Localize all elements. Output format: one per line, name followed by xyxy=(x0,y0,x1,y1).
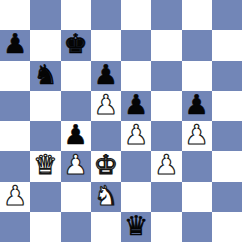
square-e1[interactable]: ♛ xyxy=(121,212,151,242)
square-h1[interactable] xyxy=(212,212,242,242)
square-g6[interactable] xyxy=(182,61,212,91)
square-d5[interactable]: ♟ xyxy=(91,91,121,121)
square-a7[interactable]: ♟ xyxy=(0,30,30,60)
square-e8[interactable] xyxy=(121,0,151,30)
piece-white-king: ♚ xyxy=(94,151,118,180)
square-d2[interactable]: ♞ xyxy=(91,182,121,212)
square-a5[interactable] xyxy=(0,91,30,121)
square-a6[interactable] xyxy=(0,61,30,91)
square-d3[interactable]: ♚ xyxy=(91,151,121,181)
square-g4[interactable]: ♟ xyxy=(182,121,212,151)
square-d8[interactable] xyxy=(91,0,121,30)
square-f5[interactable] xyxy=(151,91,181,121)
square-e4[interactable]: ♟ xyxy=(121,121,151,151)
square-g5[interactable]: ♟ xyxy=(182,91,212,121)
square-g3[interactable] xyxy=(182,151,212,181)
piece-white-pawn: ♟ xyxy=(185,121,209,150)
square-d6[interactable]: ♟ xyxy=(91,61,121,91)
square-f7[interactable] xyxy=(151,30,181,60)
square-g2[interactable] xyxy=(182,182,212,212)
square-b3[interactable]: ♛ xyxy=(30,151,60,181)
square-d4[interactable] xyxy=(91,121,121,151)
square-f3[interactable]: ♟ xyxy=(151,151,181,181)
square-f6[interactable] xyxy=(151,61,181,91)
square-h3[interactable] xyxy=(212,151,242,181)
square-c1[interactable] xyxy=(61,212,91,242)
square-b1[interactable] xyxy=(30,212,60,242)
piece-white-pawn: ♟ xyxy=(94,91,118,120)
square-c7[interactable]: ♚ xyxy=(61,30,91,60)
square-d7[interactable] xyxy=(91,30,121,60)
square-a3[interactable] xyxy=(0,151,30,181)
square-b6[interactable]: ♞ xyxy=(30,61,60,91)
square-a2[interactable]: ♟ xyxy=(0,182,30,212)
square-e7[interactable] xyxy=(121,30,151,60)
piece-black-pawn: ♟ xyxy=(94,61,118,90)
square-f4[interactable] xyxy=(151,121,181,151)
square-g8[interactable] xyxy=(182,0,212,30)
piece-black-pawn: ♟ xyxy=(64,121,88,150)
piece-black-pawn: ♟ xyxy=(124,91,148,120)
square-b7[interactable] xyxy=(30,30,60,60)
square-e2[interactable] xyxy=(121,182,151,212)
square-a8[interactable] xyxy=(0,0,30,30)
square-h8[interactable] xyxy=(212,0,242,30)
square-c6[interactable] xyxy=(61,61,91,91)
square-h7[interactable] xyxy=(212,30,242,60)
piece-white-pawn: ♟ xyxy=(64,151,88,180)
square-c3[interactable]: ♟ xyxy=(61,151,91,181)
square-h2[interactable] xyxy=(212,182,242,212)
piece-black-knight: ♞ xyxy=(33,61,57,90)
square-f8[interactable] xyxy=(151,0,181,30)
square-h6[interactable] xyxy=(212,61,242,91)
square-a4[interactable] xyxy=(0,121,30,151)
square-e6[interactable] xyxy=(121,61,151,91)
piece-white-pawn: ♟ xyxy=(3,182,27,211)
square-c8[interactable] xyxy=(61,0,91,30)
piece-white-knight: ♞ xyxy=(94,182,118,211)
square-g1[interactable] xyxy=(182,212,212,242)
square-b4[interactable] xyxy=(30,121,60,151)
piece-black-pawn: ♟ xyxy=(185,91,209,120)
piece-white-pawn: ♟ xyxy=(154,151,178,180)
square-f1[interactable] xyxy=(151,212,181,242)
square-b8[interactable] xyxy=(30,0,60,30)
piece-white-queen: ♛ xyxy=(33,151,57,180)
square-e3[interactable] xyxy=(121,151,151,181)
square-b5[interactable] xyxy=(30,91,60,121)
piece-black-king: ♚ xyxy=(64,30,88,59)
square-c4[interactable]: ♟ xyxy=(61,121,91,151)
square-h4[interactable] xyxy=(212,121,242,151)
chess-board: ♟♚♞♟♟♟♟♟♟♟♛♟♚♟♟♞♛ xyxy=(0,0,242,242)
piece-black-pawn: ♟ xyxy=(3,30,27,59)
piece-black-queen: ♛ xyxy=(124,212,148,241)
square-a1[interactable] xyxy=(0,212,30,242)
square-c5[interactable] xyxy=(61,91,91,121)
square-b2[interactable] xyxy=(30,182,60,212)
piece-white-pawn: ♟ xyxy=(124,121,148,150)
square-c2[interactable] xyxy=(61,182,91,212)
square-h5[interactable] xyxy=(212,91,242,121)
square-g7[interactable] xyxy=(182,30,212,60)
square-e5[interactable]: ♟ xyxy=(121,91,151,121)
square-d1[interactable] xyxy=(91,212,121,242)
square-f2[interactable] xyxy=(151,182,181,212)
